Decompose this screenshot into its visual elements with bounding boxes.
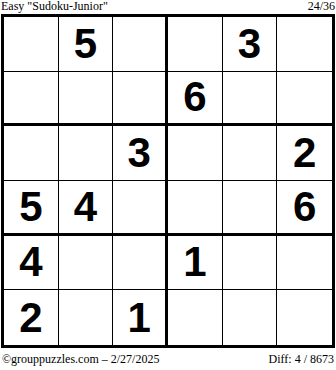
- cell-r2c6[interactable]: [277, 72, 332, 127]
- cell-r4c2[interactable]: 4: [59, 181, 114, 236]
- cell-r6c5[interactable]: [223, 290, 278, 345]
- header: Easy "Sudoku-Junior" 24/36: [0, 0, 336, 13]
- cell-r4c5[interactable]: [223, 181, 278, 236]
- cell-r3c5[interactable]: [223, 126, 278, 181]
- cell-r2c2[interactable]: [59, 72, 114, 127]
- cell-r4c3[interactable]: [113, 181, 168, 236]
- cell-r1c6[interactable]: [277, 17, 332, 72]
- cell-r5c5[interactable]: [223, 236, 278, 291]
- cell-r2c3[interactable]: [113, 72, 168, 127]
- cell-r2c1[interactable]: [4, 72, 59, 127]
- cell-r6c6[interactable]: [277, 290, 332, 345]
- cell-r5c4[interactable]: 1: [168, 236, 223, 291]
- cell-r1c1[interactable]: [4, 17, 59, 72]
- cell-r3c3[interactable]: 3: [113, 126, 168, 181]
- cell-r5c2[interactable]: [59, 236, 114, 291]
- cell-r3c4[interactable]: [168, 126, 223, 181]
- cell-r6c2[interactable]: [59, 290, 114, 345]
- cell-r6c3[interactable]: 1: [113, 290, 168, 345]
- footer: ©grouppuzzles.com – 2/27/2025 Diff: 4 / …: [0, 353, 336, 366]
- cell-r4c4[interactable]: [168, 181, 223, 236]
- difficulty-text: Diff: 4 / 8673: [269, 353, 334, 366]
- cell-r4c1[interactable]: 5: [4, 181, 59, 236]
- cell-r1c5[interactable]: 3: [223, 17, 278, 72]
- copyright-text: ©grouppuzzles.com – 2/27/2025: [2, 353, 159, 366]
- cell-r5c3[interactable]: [113, 236, 168, 291]
- cell-r3c2[interactable]: [59, 126, 114, 181]
- cell-r6c4[interactable]: [168, 290, 223, 345]
- cell-r5c1[interactable]: 4: [4, 236, 59, 291]
- cell-r1c3[interactable]: [113, 17, 168, 72]
- cell-r2c4[interactable]: 6: [168, 72, 223, 127]
- cell-r2c5[interactable]: [223, 72, 278, 127]
- cell-r3c6[interactable]: 2: [277, 126, 332, 181]
- cell-r6c1[interactable]: 2: [4, 290, 59, 345]
- cell-r1c4[interactable]: [168, 17, 223, 72]
- cell-r5c6[interactable]: [277, 236, 332, 291]
- progress-counter: 24/36: [308, 0, 335, 13]
- puzzle-page: Easy "Sudoku-Junior" 24/36 536325464121 …: [0, 0, 336, 370]
- cell-r3c1[interactable]: [4, 126, 59, 181]
- cell-r1c2[interactable]: 5: [59, 17, 114, 72]
- puzzle-title: Easy "Sudoku-Junior": [1, 0, 108, 13]
- cell-r4c6[interactable]: 6: [277, 181, 332, 236]
- sudoku-grid: 536325464121: [1, 14, 335, 348]
